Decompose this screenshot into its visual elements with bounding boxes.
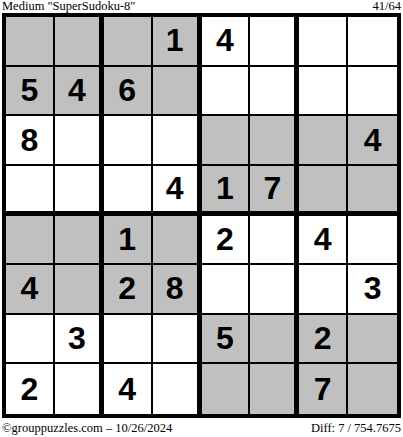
cell-r8c3: 4 <box>104 364 153 414</box>
cell-r4c7[interactable] <box>299 166 348 216</box>
cell-r2c5[interactable] <box>202 67 251 117</box>
cell-r1c2[interactable] <box>55 17 104 67</box>
cell-r2c4[interactable] <box>153 67 202 117</box>
cell-r8c1: 2 <box>6 364 55 414</box>
cell-r3c3[interactable] <box>104 116 153 166</box>
given-digit: 4 <box>314 221 332 258</box>
cell-r5c5: 2 <box>202 216 251 266</box>
difficulty-rating: Diff: 7 / 754.7675 <box>311 420 401 436</box>
given-digit: 2 <box>118 270 136 307</box>
cell-r6c6[interactable] <box>250 265 299 315</box>
given-digit: 2 <box>21 371 39 408</box>
cell-r1c4: 1 <box>153 17 202 67</box>
cell-r6c5[interactable] <box>202 265 251 315</box>
cell-r3c6[interactable] <box>250 116 299 166</box>
cell-r2c6[interactable] <box>250 67 299 117</box>
given-digit: 1 <box>216 170 234 207</box>
cell-r4c8[interactable] <box>348 166 397 216</box>
cell-r8c8[interactable] <box>348 364 397 414</box>
given-digit: 5 <box>216 320 234 357</box>
given-digit: 4 <box>21 270 39 307</box>
cell-r7c3[interactable] <box>104 315 153 365</box>
given-digit: 3 <box>364 270 382 307</box>
cell-r5c8[interactable] <box>348 216 397 266</box>
given-digit: 4 <box>68 72 86 109</box>
given-digit: 7 <box>263 170 281 207</box>
cell-r2c7[interactable] <box>299 67 348 117</box>
cell-r1c1[interactable] <box>6 17 55 67</box>
cell-r2c8[interactable] <box>348 67 397 117</box>
given-digit: 2 <box>216 221 234 258</box>
cell-r7c4[interactable] <box>153 315 202 365</box>
given-digit: 1 <box>118 221 136 258</box>
cell-r5c3: 1 <box>104 216 153 266</box>
cell-r3c1: 8 <box>6 116 55 166</box>
cell-r3c2[interactable] <box>55 116 104 166</box>
cell-r6c1: 4 <box>6 265 55 315</box>
cell-r1c7[interactable] <box>299 17 348 67</box>
cell-r3c4[interactable] <box>153 116 202 166</box>
cell-r6c4: 8 <box>153 265 202 315</box>
given-digit: 4 <box>166 170 184 207</box>
given-digit: 8 <box>21 122 39 159</box>
cell-r6c7[interactable] <box>299 265 348 315</box>
cell-r6c2[interactable] <box>55 265 104 315</box>
copyright-date: ©grouppuzzles.com – 10/26/2024 <box>2 420 172 436</box>
cell-r7c8[interactable] <box>348 315 397 365</box>
cell-r4c4: 4 <box>153 166 202 216</box>
cell-r8c7: 7 <box>299 364 348 414</box>
cell-r3c7[interactable] <box>299 116 348 166</box>
cell-r5c4[interactable] <box>153 216 202 266</box>
cell-r3c5[interactable] <box>202 116 251 166</box>
cell-r5c7: 4 <box>299 216 348 266</box>
given-digit: 4 <box>364 122 382 159</box>
given-digit: 2 <box>314 320 332 357</box>
cell-r4c5: 1 <box>202 166 251 216</box>
given-digit: 4 <box>216 22 234 59</box>
given-digit: 4 <box>118 371 136 408</box>
cell-r7c6[interactable] <box>250 315 299 365</box>
cell-r2c1: 5 <box>6 67 55 117</box>
cell-r8c5[interactable] <box>202 364 251 414</box>
cell-r7c7: 2 <box>299 315 348 365</box>
cell-r5c1[interactable] <box>6 216 55 266</box>
cells-remaining-counter: 41/64 <box>373 0 401 13</box>
cell-r8c6[interactable] <box>250 364 299 414</box>
cell-r4c1[interactable] <box>6 166 55 216</box>
cell-r1c3[interactable] <box>104 17 153 67</box>
cell-r8c2[interactable] <box>55 364 104 414</box>
cell-r7c2: 3 <box>55 315 104 365</box>
given-digit: 5 <box>21 72 39 109</box>
given-digit: 1 <box>166 22 184 59</box>
given-digit: 3 <box>68 320 86 357</box>
sudoku-board: 14546844171244283352247 <box>2 13 401 418</box>
cell-r5c6[interactable] <box>250 216 299 266</box>
cell-r2c3: 6 <box>104 67 153 117</box>
page-header: Medium "SuperSudoku-8" 41/64 <box>2 0 401 13</box>
cell-r5c2[interactable] <box>55 216 104 266</box>
puzzle-title: Medium "SuperSudoku-8" <box>2 0 135 13</box>
cell-r3c8: 4 <box>348 116 397 166</box>
cell-r2c2: 4 <box>55 67 104 117</box>
cell-r4c3[interactable] <box>104 166 153 216</box>
cell-r7c1[interactable] <box>6 315 55 365</box>
given-digit: 8 <box>166 270 184 307</box>
page-footer: ©grouppuzzles.com – 10/26/2024 Diff: 7 /… <box>2 420 401 436</box>
cell-r6c3: 2 <box>104 265 153 315</box>
cell-r4c2[interactable] <box>55 166 104 216</box>
cell-r4c6: 7 <box>250 166 299 216</box>
cell-r6c8: 3 <box>348 265 397 315</box>
cell-r8c4[interactable] <box>153 364 202 414</box>
given-digit: 6 <box>118 72 136 109</box>
cell-r1c6[interactable] <box>250 17 299 67</box>
cell-r7c5: 5 <box>202 315 251 365</box>
cell-r1c8[interactable] <box>348 17 397 67</box>
cell-r1c5: 4 <box>202 17 251 67</box>
given-digit: 7 <box>314 371 332 408</box>
